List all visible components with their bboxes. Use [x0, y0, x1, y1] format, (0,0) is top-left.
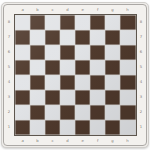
file-labels-bottom: abcdefgh: [15, 138, 136, 144]
square-d7[interactable]: [60, 30, 75, 45]
square-g4[interactable]: [105, 75, 120, 90]
coord-right-8: 8: [138, 15, 144, 29]
coord-top-c: c: [45, 7, 59, 13]
square-f2[interactable]: [90, 105, 105, 120]
square-c8[interactable]: [45, 15, 60, 30]
coord-top-d: d: [60, 7, 74, 13]
square-h5[interactable]: [120, 60, 135, 75]
square-c4[interactable]: [45, 75, 60, 90]
square-e2[interactable]: [75, 105, 90, 120]
square-b6[interactable]: [30, 45, 45, 60]
square-e4[interactable]: [75, 75, 90, 90]
square-c5[interactable]: [45, 60, 60, 75]
square-b8[interactable]: [30, 15, 45, 30]
coord-right-4: 4: [138, 75, 144, 89]
coord-right-5: 5: [138, 60, 144, 74]
square-g8[interactable]: [105, 15, 120, 30]
coord-top-g: g: [106, 7, 120, 13]
square-a4[interactable]: [15, 75, 30, 90]
square-h2[interactable]: [120, 105, 135, 120]
coord-right-7: 7: [138, 30, 144, 44]
coord-left-3: 3: [6, 90, 12, 104]
coord-bottom-f: f: [91, 138, 105, 144]
square-c1[interactable]: [45, 120, 60, 135]
square-h6[interactable]: [120, 45, 135, 60]
square-g7[interactable]: [105, 30, 120, 45]
square-b4[interactable]: [30, 75, 45, 90]
rank-labels-left: 87654321: [6, 15, 12, 135]
coord-top-f: f: [91, 7, 105, 13]
square-b1[interactable]: [30, 120, 45, 135]
coord-right-6: 6: [138, 45, 144, 59]
square-h7[interactable]: [120, 30, 135, 45]
photo-stage: abcdefgh abcdefgh 87654321 87654321: [0, 0, 150, 150]
square-h1[interactable]: [120, 120, 135, 135]
square-a6[interactable]: [15, 45, 30, 60]
rank-labels-right: 87654321: [138, 15, 144, 135]
playing-area-frame: [14, 14, 137, 136]
square-f5[interactable]: [90, 60, 105, 75]
square-f4[interactable]: [90, 75, 105, 90]
coord-bottom-c: c: [45, 138, 59, 144]
square-e3[interactable]: [75, 90, 90, 105]
square-d6[interactable]: [60, 45, 75, 60]
square-g3[interactable]: [105, 90, 120, 105]
square-g2[interactable]: [105, 105, 120, 120]
square-d5[interactable]: [60, 60, 75, 75]
square-f1[interactable]: [90, 120, 105, 135]
square-d3[interactable]: [60, 90, 75, 105]
square-f8[interactable]: [90, 15, 105, 30]
square-d4[interactable]: [60, 75, 75, 90]
square-a1[interactable]: [15, 120, 30, 135]
coord-bottom-e: e: [75, 138, 89, 144]
square-d1[interactable]: [60, 120, 75, 135]
square-a7[interactable]: [15, 30, 30, 45]
coord-top-a: a: [15, 7, 29, 13]
square-e7[interactable]: [75, 30, 90, 45]
square-c2[interactable]: [45, 105, 60, 120]
coord-bottom-h: h: [121, 138, 135, 144]
square-d8[interactable]: [60, 15, 75, 30]
square-a2[interactable]: [15, 105, 30, 120]
square-a8[interactable]: [15, 15, 30, 30]
square-b5[interactable]: [30, 60, 45, 75]
square-b2[interactable]: [30, 105, 45, 120]
coord-left-8: 8: [6, 15, 12, 29]
coord-bottom-b: b: [30, 138, 44, 144]
square-e5[interactable]: [75, 60, 90, 75]
coord-left-7: 7: [6, 30, 12, 44]
square-h4[interactable]: [120, 75, 135, 90]
square-g5[interactable]: [105, 60, 120, 75]
square-e1[interactable]: [75, 120, 90, 135]
square-f3[interactable]: [90, 90, 105, 105]
coord-bottom-a: a: [15, 138, 29, 144]
coord-bottom-g: g: [106, 138, 120, 144]
square-b3[interactable]: [30, 90, 45, 105]
coord-top-h: h: [121, 7, 135, 13]
square-h3[interactable]: [120, 90, 135, 105]
square-d2[interactable]: [60, 105, 75, 120]
square-a5[interactable]: [15, 60, 30, 75]
chessboard: abcdefgh abcdefgh 87654321 87654321: [1, 2, 149, 149]
coord-left-6: 6: [6, 45, 12, 59]
coord-right-1: 1: [138, 120, 144, 134]
square-f7[interactable]: [90, 30, 105, 45]
square-e8[interactable]: [75, 15, 90, 30]
coord-left-5: 5: [6, 60, 12, 74]
coord-right-2: 2: [138, 105, 144, 119]
square-c3[interactable]: [45, 90, 60, 105]
square-b7[interactable]: [30, 30, 45, 45]
square-f6[interactable]: [90, 45, 105, 60]
coord-top-b: b: [30, 7, 44, 13]
coord-left-2: 2: [6, 105, 12, 119]
coord-left-4: 4: [6, 75, 12, 89]
coord-right-3: 3: [138, 90, 144, 104]
square-e6[interactable]: [75, 45, 90, 60]
square-h8[interactable]: [120, 15, 135, 30]
square-c7[interactable]: [45, 30, 60, 45]
coord-left-1: 1: [6, 120, 12, 134]
coord-top-e: e: [75, 7, 89, 13]
square-c6[interactable]: [45, 45, 60, 60]
board-grid: [15, 15, 136, 135]
coord-bottom-d: d: [60, 138, 74, 144]
square-g6[interactable]: [105, 45, 120, 60]
square-g1[interactable]: [105, 120, 120, 135]
file-labels-top: abcdefgh: [15, 7, 136, 13]
square-a3[interactable]: [15, 90, 30, 105]
